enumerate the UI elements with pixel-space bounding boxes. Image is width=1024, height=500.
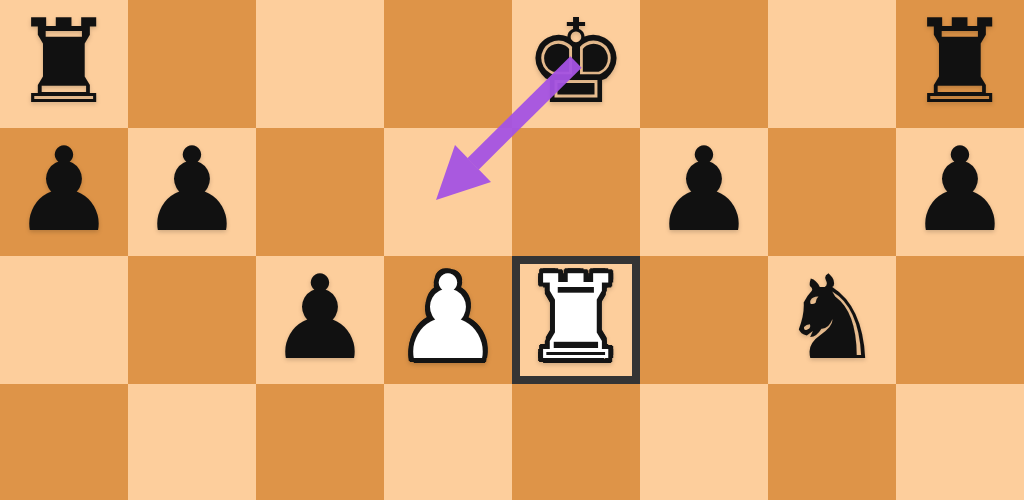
piece-black-pawn[interactable]: ♟	[12, 132, 116, 248]
square-h7[interactable]: ♟	[896, 128, 1024, 256]
piece-black-pawn[interactable]: ♟	[268, 260, 372, 376]
piece-black-rook[interactable]: ♜	[908, 4, 1012, 120]
square-f8[interactable]	[640, 0, 768, 128]
square-c6[interactable]: ♟	[256, 256, 384, 384]
square-b5[interactable]	[128, 384, 256, 500]
square-g7[interactable]	[768, 128, 896, 256]
square-b6[interactable]	[128, 256, 256, 384]
chess-board-area: ♜♚♜♟♟♟♟♟♟♜♞	[0, 0, 1024, 500]
piece-black-pawn[interactable]: ♟	[140, 132, 244, 248]
square-d6[interactable]: ♟	[384, 256, 512, 384]
square-e7[interactable]	[512, 128, 640, 256]
square-h8[interactable]: ♜	[896, 0, 1024, 128]
square-e6-highlighted[interactable]: ♜	[512, 256, 640, 384]
square-g6[interactable]: ♞	[768, 256, 896, 384]
piece-black-rook[interactable]: ♜	[12, 4, 116, 120]
square-g5[interactable]	[768, 384, 896, 500]
square-e5[interactable]	[512, 384, 640, 500]
piece-black-king[interactable]: ♚	[524, 4, 628, 120]
piece-black-pawn[interactable]: ♟	[908, 132, 1012, 248]
square-f5[interactable]	[640, 384, 768, 500]
chess-board: ♜♚♜♟♟♟♟♟♟♜♞	[0, 0, 1024, 500]
square-h5[interactable]	[896, 384, 1024, 500]
square-a6[interactable]	[0, 256, 128, 384]
piece-white-pawn[interactable]: ♟	[396, 260, 500, 376]
square-c5[interactable]	[256, 384, 384, 500]
square-f7[interactable]: ♟	[640, 128, 768, 256]
square-e8[interactable]: ♚	[512, 0, 640, 128]
piece-black-knight[interactable]: ♞	[780, 260, 884, 376]
square-h6[interactable]	[896, 256, 1024, 384]
square-a8[interactable]: ♜	[0, 0, 128, 128]
piece-black-pawn[interactable]: ♟	[652, 132, 756, 248]
square-a7[interactable]: ♟	[0, 128, 128, 256]
square-b8[interactable]	[128, 0, 256, 128]
square-c7[interactable]	[256, 128, 384, 256]
square-d8[interactable]	[384, 0, 512, 128]
square-f6[interactable]	[640, 256, 768, 384]
square-c8[interactable]	[256, 0, 384, 128]
piece-white-rook[interactable]: ♜	[524, 260, 628, 376]
square-d5[interactable]	[384, 384, 512, 500]
square-d7[interactable]	[384, 128, 512, 256]
square-b7[interactable]: ♟	[128, 128, 256, 256]
square-a5[interactable]	[0, 384, 128, 500]
square-g8[interactable]	[768, 0, 896, 128]
